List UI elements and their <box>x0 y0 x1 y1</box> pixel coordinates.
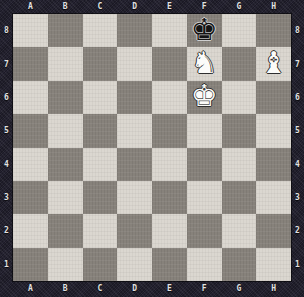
rank-labels-right: 87654321 <box>291 14 304 281</box>
square-h3[interactable] <box>256 181 291 214</box>
square-h4[interactable] <box>256 148 291 181</box>
square-f1[interactable] <box>187 248 222 281</box>
square-c8[interactable] <box>83 14 118 47</box>
file-label-d: D <box>117 0 152 13</box>
square-a2[interactable] <box>13 214 48 247</box>
rank-label-8: 8 <box>0 14 13 47</box>
rank-label-1: 1 <box>291 248 304 281</box>
file-label-b: B <box>48 0 83 13</box>
rank-label-2: 2 <box>291 214 304 247</box>
rank-label-3: 3 <box>291 181 304 214</box>
square-f4[interactable] <box>187 148 222 181</box>
square-e6[interactable] <box>152 81 187 114</box>
rank-label-3: 3 <box>0 181 13 214</box>
file-labels-top: ABCDEFGH <box>13 0 291 13</box>
rank-labels-left: 87654321 <box>0 14 13 281</box>
square-a4[interactable] <box>13 148 48 181</box>
square-g4[interactable] <box>222 148 257 181</box>
square-g6[interactable] <box>222 81 257 114</box>
square-h7[interactable]: ♝ <box>256 47 291 80</box>
rank-label-6: 6 <box>291 81 304 114</box>
rank-label-5: 5 <box>291 114 304 147</box>
file-label-h: H <box>256 282 291 295</box>
square-d8[interactable] <box>117 14 152 47</box>
file-label-e: E <box>152 0 187 13</box>
square-h8[interactable] <box>256 14 291 47</box>
square-c5[interactable] <box>83 114 118 147</box>
rank-label-6: 6 <box>0 81 13 114</box>
file-label-b: B <box>48 282 83 295</box>
square-b8[interactable] <box>48 14 83 47</box>
file-label-h: H <box>256 0 291 13</box>
square-c4[interactable] <box>83 148 118 181</box>
square-f6[interactable]: ♚ <box>187 81 222 114</box>
square-a7[interactable] <box>13 47 48 80</box>
square-g7[interactable] <box>222 47 257 80</box>
square-h2[interactable] <box>256 214 291 247</box>
square-e4[interactable] <box>152 148 187 181</box>
square-d3[interactable] <box>117 181 152 214</box>
square-c3[interactable] <box>83 181 118 214</box>
rank-label-8: 8 <box>291 14 304 47</box>
square-b2[interactable] <box>48 214 83 247</box>
white-king[interactable]: ♚ <box>191 81 218 111</box>
file-label-a: A <box>13 282 48 295</box>
square-d4[interactable] <box>117 148 152 181</box>
black-king[interactable]: ♚ <box>191 15 218 45</box>
rank-label-5: 5 <box>0 114 13 147</box>
white-bishop[interactable]: ♝ <box>260 48 287 78</box>
square-g8[interactable] <box>222 14 257 47</box>
rank-label-4: 4 <box>0 148 13 181</box>
square-e7[interactable] <box>152 47 187 80</box>
square-h1[interactable] <box>256 248 291 281</box>
square-d5[interactable] <box>117 114 152 147</box>
file-label-f: F <box>187 282 222 295</box>
file-label-c: C <box>83 0 118 13</box>
square-c6[interactable] <box>83 81 118 114</box>
square-e1[interactable] <box>152 248 187 281</box>
square-a8[interactable] <box>13 14 48 47</box>
rank-label-7: 7 <box>0 47 13 80</box>
white-knight[interactable]: ♞ <box>191 48 218 78</box>
square-a1[interactable] <box>13 248 48 281</box>
file-label-g: G <box>222 282 257 295</box>
rank-label-2: 2 <box>0 214 13 247</box>
rank-label-7: 7 <box>291 47 304 80</box>
rank-label-4: 4 <box>291 148 304 181</box>
square-e3[interactable] <box>152 181 187 214</box>
square-a3[interactable] <box>13 181 48 214</box>
square-a5[interactable] <box>13 114 48 147</box>
square-b6[interactable] <box>48 81 83 114</box>
square-g1[interactable] <box>222 248 257 281</box>
square-d2[interactable] <box>117 214 152 247</box>
square-f2[interactable] <box>187 214 222 247</box>
file-label-a: A <box>13 0 48 13</box>
file-labels-bottom: ABCDEFGH <box>13 282 291 295</box>
square-g2[interactable] <box>222 214 257 247</box>
square-e2[interactable] <box>152 214 187 247</box>
square-f7[interactable]: ♞ <box>187 47 222 80</box>
square-d7[interactable] <box>117 47 152 80</box>
square-g3[interactable] <box>222 181 257 214</box>
square-h6[interactable] <box>256 81 291 114</box>
rank-label-1: 1 <box>0 248 13 281</box>
square-c2[interactable] <box>83 214 118 247</box>
board-frame: ABCDEFGH 87654321 ♚♞♝♚ 87654321 ABCDEFGH <box>0 0 304 297</box>
file-label-g: G <box>222 0 257 13</box>
square-b7[interactable] <box>48 47 83 80</box>
square-b5[interactable] <box>48 114 83 147</box>
square-e8[interactable] <box>152 14 187 47</box>
square-h5[interactable] <box>256 114 291 147</box>
square-b4[interactable] <box>48 148 83 181</box>
square-d6[interactable] <box>117 81 152 114</box>
square-a6[interactable] <box>13 81 48 114</box>
square-c7[interactable] <box>83 47 118 80</box>
file-label-c: C <box>83 282 118 295</box>
square-f8[interactable]: ♚ <box>187 14 222 47</box>
square-f3[interactable] <box>187 181 222 214</box>
square-f5[interactable] <box>187 114 222 147</box>
square-e5[interactable] <box>152 114 187 147</box>
square-b3[interactable] <box>48 181 83 214</box>
file-label-d: D <box>117 282 152 295</box>
square-c1[interactable] <box>83 248 118 281</box>
square-d1[interactable] <box>117 248 152 281</box>
file-label-e: E <box>152 282 187 295</box>
chess-board: ♚♞♝♚ <box>13 14 291 281</box>
square-g5[interactable] <box>222 114 257 147</box>
square-b1[interactable] <box>48 248 83 281</box>
